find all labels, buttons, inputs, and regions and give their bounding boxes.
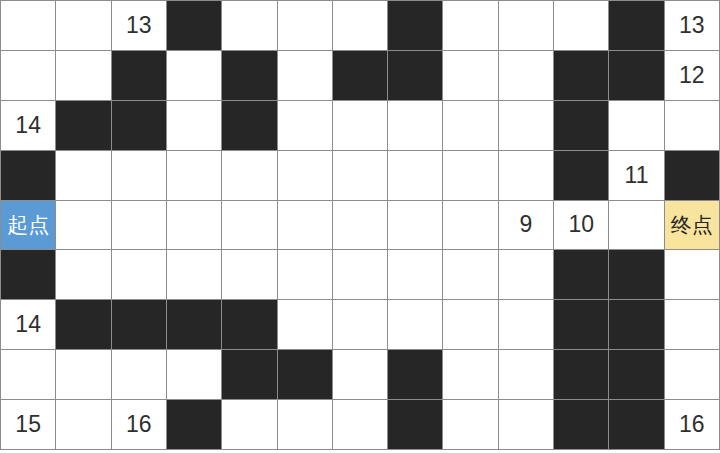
path-cell-r4c2[interactable] [56, 151, 110, 200]
wall-cell-r2c7 [333, 51, 387, 100]
path-cell-r1c1[interactable] [1, 1, 55, 50]
path-cell-r2c6[interactable] [278, 51, 332, 100]
path-cell-r5c12[interactable] [609, 201, 663, 250]
path-cell-r9c5[interactable] [222, 400, 276, 449]
wall-cell-r9c4 [167, 400, 221, 449]
path-cell-r1c6[interactable] [278, 1, 332, 50]
path-cell-r3c12[interactable] [609, 101, 663, 150]
clue-cell-r4c12[interactable]: 11 [609, 151, 663, 200]
path-cell-r2c4[interactable] [167, 51, 221, 100]
clue-cell-r1c13[interactable]: 13 [665, 1, 719, 50]
path-cell-r8c2[interactable] [56, 350, 110, 399]
path-cell-r8c4[interactable] [167, 350, 221, 399]
path-cell-r2c10[interactable] [499, 51, 553, 100]
puzzle-board: 1313121411起点910终点14151616 [0, 0, 720, 450]
wall-cell-r3c5 [222, 101, 276, 150]
clue-cell-r9c3[interactable]: 16 [112, 400, 166, 449]
path-cell-r7c8[interactable] [388, 300, 442, 349]
path-cell-r6c4[interactable] [167, 250, 221, 299]
wall-cell-r6c1 [1, 250, 55, 299]
wall-cell-r2c3 [112, 51, 166, 100]
path-cell-r9c9[interactable] [443, 400, 497, 449]
path-cell-r4c6[interactable] [278, 151, 332, 200]
path-cell-r5c7[interactable] [333, 201, 387, 250]
path-cell-r8c7[interactable] [333, 350, 387, 399]
path-cell-r1c9[interactable] [443, 1, 497, 50]
path-cell-r5c5[interactable] [222, 201, 276, 250]
path-cell-r3c13[interactable] [665, 101, 719, 150]
start-cell[interactable]: 起点 [1, 201, 55, 250]
path-cell-r8c10[interactable] [499, 350, 553, 399]
path-cell-r5c9[interactable] [443, 201, 497, 250]
path-cell-r6c10[interactable] [499, 250, 553, 299]
path-cell-r8c1[interactable] [1, 350, 55, 399]
wall-cell-r1c12 [609, 1, 663, 50]
path-cell-r6c5[interactable] [222, 250, 276, 299]
end-cell[interactable]: 终点 [665, 201, 719, 250]
path-cell-r6c3[interactable] [112, 250, 166, 299]
clue-cell-r2c13[interactable]: 12 [665, 51, 719, 100]
path-cell-r9c6[interactable] [278, 400, 332, 449]
clue-cell-r7c1[interactable]: 14 [1, 300, 55, 349]
path-cell-r6c9[interactable] [443, 250, 497, 299]
path-cell-r4c9[interactable] [443, 151, 497, 200]
path-cell-r5c3[interactable] [112, 201, 166, 250]
puzzle-screenshot: 1313121411起点910终点14151616 [0, 0, 720, 453]
wall-cell-r1c4 [167, 1, 221, 50]
path-cell-r7c7[interactable] [333, 300, 387, 349]
wall-cell-r7c11 [554, 300, 608, 349]
clue-cell-r9c1[interactable]: 15 [1, 400, 55, 449]
path-cell-r2c9[interactable] [443, 51, 497, 100]
path-cell-r3c10[interactable] [499, 101, 553, 150]
wall-cell-r7c3 [112, 300, 166, 349]
wall-cell-r3c11 [554, 101, 608, 150]
path-cell-r1c7[interactable] [333, 1, 387, 50]
wall-cell-r7c12 [609, 300, 663, 349]
path-cell-r1c11[interactable] [554, 1, 608, 50]
path-cell-r5c2[interactable] [56, 201, 110, 250]
wall-cell-r8c12 [609, 350, 663, 399]
wall-cell-r9c11 [554, 400, 608, 449]
path-cell-r4c10[interactable] [499, 151, 553, 200]
wall-cell-r7c2 [56, 300, 110, 349]
wall-cell-r3c2 [56, 101, 110, 150]
path-cell-r7c9[interactable] [443, 300, 497, 349]
path-cell-r4c4[interactable] [167, 151, 221, 200]
path-cell-r2c2[interactable] [56, 51, 110, 100]
path-cell-r5c4[interactable] [167, 201, 221, 250]
clue-cell-r5c10[interactable]: 9 [499, 201, 553, 250]
wall-cell-r2c12 [609, 51, 663, 100]
path-cell-r6c6[interactable] [278, 250, 332, 299]
clue-cell-r5c11[interactable]: 10 [554, 201, 608, 250]
wall-cell-r7c5 [222, 300, 276, 349]
path-cell-r6c2[interactable] [56, 250, 110, 299]
path-cell-r5c6[interactable] [278, 201, 332, 250]
path-cell-r4c8[interactable] [388, 151, 442, 200]
path-cell-r9c10[interactable] [499, 400, 553, 449]
wall-cell-r8c11 [554, 350, 608, 399]
path-cell-r2c1[interactable] [1, 51, 55, 100]
path-cell-r7c10[interactable] [499, 300, 553, 349]
wall-cell-r2c5 [222, 51, 276, 100]
wall-cell-r4c11 [554, 151, 608, 200]
path-cell-r9c2[interactable] [56, 400, 110, 449]
path-cell-r3c7[interactable] [333, 101, 387, 150]
path-cell-r1c2[interactable] [56, 1, 110, 50]
path-cell-r8c13[interactable] [665, 350, 719, 399]
clue-cell-r9c13[interactable]: 16 [665, 400, 719, 449]
wall-cell-r9c12 [609, 400, 663, 449]
path-cell-r4c3[interactable] [112, 151, 166, 200]
path-cell-r3c8[interactable] [388, 101, 442, 150]
path-cell-r1c10[interactable] [499, 1, 553, 50]
path-cell-r4c7[interactable] [333, 151, 387, 200]
path-cell-r8c3[interactable] [112, 350, 166, 399]
path-cell-r8c9[interactable] [443, 350, 497, 399]
wall-cell-r9c8 [388, 400, 442, 449]
path-cell-r7c13[interactable] [665, 300, 719, 349]
wall-cell-r6c12 [609, 250, 663, 299]
path-cell-r9c7[interactable] [333, 400, 387, 449]
path-cell-r6c13[interactable] [665, 250, 719, 299]
wall-cell-r4c13 [665, 151, 719, 200]
wall-cell-r2c8 [388, 51, 442, 100]
wall-cell-r1c8 [388, 1, 442, 50]
wall-cell-r8c5 [222, 350, 276, 399]
path-cell-r4c5[interactable] [222, 151, 276, 200]
wall-cell-r7c4 [167, 300, 221, 349]
path-cell-r6c7[interactable] [333, 250, 387, 299]
path-cell-r5c8[interactable] [388, 201, 442, 250]
path-cell-r3c6[interactable] [278, 101, 332, 150]
clue-cell-r1c3[interactable]: 13 [112, 1, 166, 50]
path-cell-r3c4[interactable] [167, 101, 221, 150]
clue-cell-r3c1[interactable]: 14 [1, 101, 55, 150]
wall-cell-r4c1 [1, 151, 55, 200]
wall-cell-r3c3 [112, 101, 166, 150]
wall-cell-r6c11 [554, 250, 608, 299]
path-cell-r1c5[interactable] [222, 1, 276, 50]
wall-cell-r8c6 [278, 350, 332, 399]
path-cell-r3c9[interactable] [443, 101, 497, 150]
path-cell-r6c8[interactable] [388, 250, 442, 299]
path-cell-r7c6[interactable] [278, 300, 332, 349]
wall-cell-r8c8 [388, 350, 442, 399]
wall-cell-r2c11 [554, 51, 608, 100]
